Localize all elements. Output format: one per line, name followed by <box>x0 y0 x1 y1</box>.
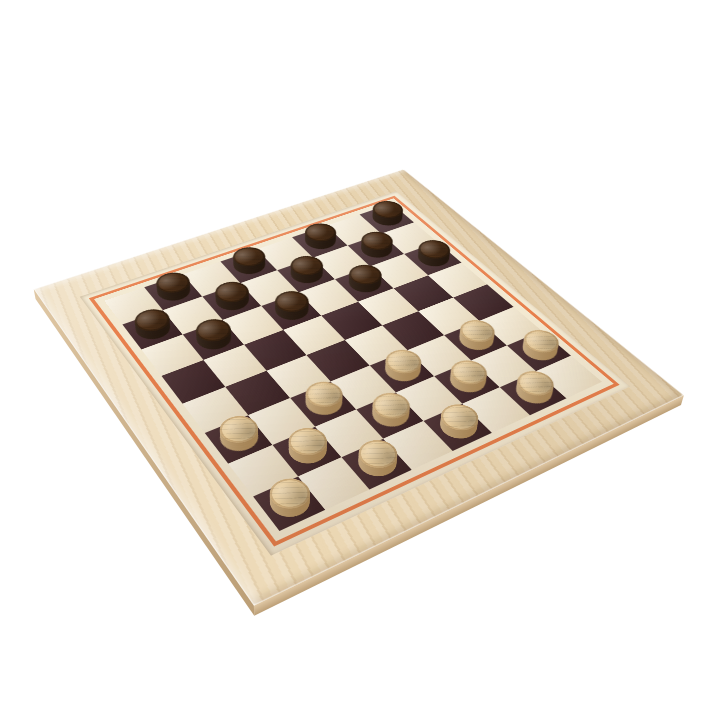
square-c3[interactable] <box>290 382 356 427</box>
orange-border-line <box>89 196 620 547</box>
square-a1[interactable] <box>253 476 325 531</box>
checker-dark-d6[interactable] <box>269 297 314 325</box>
checkers-board <box>34 169 684 605</box>
checker-light-a1[interactable] <box>262 483 317 524</box>
checker-light-h2[interactable] <box>515 335 563 366</box>
product-photo-scene <box>0 0 710 710</box>
checker-dark-f6[interactable] <box>342 271 386 298</box>
checker-light-e3[interactable] <box>378 355 427 387</box>
checker-dark-c7[interactable] <box>210 288 255 316</box>
square-f6[interactable] <box>335 266 394 301</box>
checker-light-c1[interactable] <box>350 445 403 483</box>
checker-dark-g7[interactable] <box>355 238 398 263</box>
board-frame <box>34 169 684 605</box>
checker-light-g3[interactable] <box>452 326 500 356</box>
board-grid <box>104 203 602 531</box>
checker-dark-a7[interactable] <box>130 315 176 345</box>
square-f4[interactable] <box>382 311 444 350</box>
checker-light-c3[interactable] <box>298 387 348 421</box>
square-f2[interactable] <box>434 361 500 404</box>
checker-dark-h8[interactable] <box>366 207 407 230</box>
board-field <box>80 191 630 555</box>
